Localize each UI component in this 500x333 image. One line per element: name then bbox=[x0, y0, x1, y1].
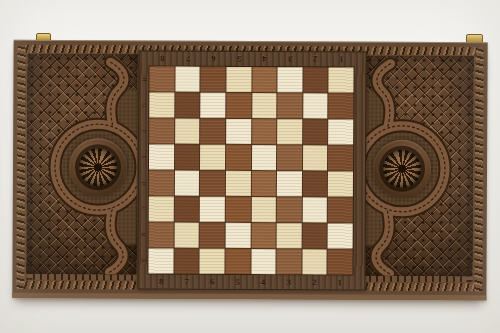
square-3D[interactable] bbox=[277, 171, 302, 196]
square-2B[interactable] bbox=[302, 223, 327, 248]
square-3H[interactable] bbox=[278, 67, 303, 92]
square-5G[interactable] bbox=[226, 93, 251, 118]
squares bbox=[148, 66, 353, 274]
square-5C[interactable] bbox=[226, 197, 251, 222]
square-8G[interactable] bbox=[149, 92, 174, 117]
square-2A[interactable] bbox=[302, 249, 327, 274]
left-carved-panel bbox=[26, 54, 137, 275]
square-5D[interactable] bbox=[226, 171, 251, 196]
square-5B[interactable] bbox=[225, 223, 250, 248]
rope-border bbox=[474, 47, 483, 291]
square-8A[interactable] bbox=[148, 248, 173, 273]
square-4E[interactable] bbox=[251, 145, 276, 170]
square-6H[interactable] bbox=[201, 67, 226, 92]
square-5A[interactable] bbox=[225, 249, 250, 274]
square-6G[interactable] bbox=[201, 93, 226, 118]
coord-label: 5 bbox=[225, 274, 251, 289]
square-2C[interactable] bbox=[302, 197, 327, 222]
square-8C[interactable] bbox=[149, 196, 174, 221]
square-6C[interactable] bbox=[200, 197, 225, 222]
square-4A[interactable] bbox=[251, 249, 276, 274]
coord-label: 3 bbox=[277, 52, 303, 67]
square-7E[interactable] bbox=[175, 145, 200, 170]
right-carved-panel bbox=[362, 56, 473, 277]
square-5E[interactable] bbox=[226, 145, 251, 170]
square-3B[interactable] bbox=[277, 223, 302, 248]
square-4C[interactable] bbox=[251, 197, 276, 222]
square-6B[interactable] bbox=[200, 223, 225, 248]
coord-label: 5 bbox=[226, 52, 252, 67]
square-2H[interactable] bbox=[303, 67, 328, 92]
square-5F[interactable] bbox=[226, 119, 251, 144]
square-1A[interactable] bbox=[328, 249, 353, 274]
square-4B[interactable] bbox=[251, 223, 276, 248]
square-4D[interactable] bbox=[251, 171, 276, 196]
square-1G[interactable] bbox=[329, 93, 354, 118]
coord-top: 87654321 bbox=[150, 51, 354, 67]
square-1B[interactable] bbox=[328, 223, 353, 248]
square-7C[interactable] bbox=[174, 197, 199, 222]
rosette-center bbox=[398, 165, 406, 173]
square-3C[interactable] bbox=[277, 197, 302, 222]
square-7D[interactable] bbox=[174, 171, 199, 196]
square-3E[interactable] bbox=[277, 145, 302, 170]
coord-label: 2 bbox=[303, 52, 329, 67]
coord-label: 7 bbox=[174, 274, 200, 289]
square-7H[interactable] bbox=[175, 67, 200, 92]
square-1H[interactable] bbox=[329, 67, 354, 92]
coord-label: 6 bbox=[199, 274, 225, 289]
square-6D[interactable] bbox=[200, 171, 225, 196]
coord-label: 3 bbox=[276, 274, 302, 289]
coord-label: 2 bbox=[301, 274, 327, 289]
carved-game-board: 87654321 HGFEDCBA 87654321 bbox=[12, 40, 487, 300]
square-6A[interactable] bbox=[200, 249, 225, 274]
coord-bottom: 87654321 bbox=[148, 273, 352, 289]
square-5H[interactable] bbox=[226, 67, 251, 92]
coord-label: 8 bbox=[148, 273, 174, 288]
square-8H[interactable] bbox=[149, 66, 174, 91]
square-7F[interactable] bbox=[175, 119, 200, 144]
coord-label: 8 bbox=[150, 51, 176, 66]
square-2D[interactable] bbox=[303, 171, 328, 196]
square-1D[interactable] bbox=[328, 171, 353, 196]
rope-border bbox=[16, 45, 25, 289]
photo-background: 87654321 HGFEDCBA 87654321 bbox=[0, 0, 500, 333]
square-1F[interactable] bbox=[329, 119, 354, 144]
coord-label: 4 bbox=[250, 274, 276, 289]
square-2E[interactable] bbox=[303, 145, 328, 170]
square-7B[interactable] bbox=[174, 223, 199, 248]
chessboard-frame: 87654321 HGFEDCBA 87654321 bbox=[137, 50, 366, 290]
square-4G[interactable] bbox=[252, 93, 277, 118]
coord-label: 6 bbox=[201, 52, 227, 67]
square-8E[interactable] bbox=[149, 144, 174, 169]
square-8B[interactable] bbox=[149, 222, 174, 247]
coord-label: 1 bbox=[328, 52, 354, 67]
rosette-center bbox=[94, 163, 102, 171]
square-4H[interactable] bbox=[252, 67, 277, 92]
square-3A[interactable] bbox=[277, 249, 302, 274]
square-6F[interactable] bbox=[200, 119, 225, 144]
square-2F[interactable] bbox=[303, 119, 328, 144]
square-2G[interactable] bbox=[303, 93, 328, 118]
coord-label: 7 bbox=[175, 52, 201, 67]
square-3G[interactable] bbox=[277, 93, 302, 118]
square-1C[interactable] bbox=[328, 197, 353, 222]
square-7G[interactable] bbox=[175, 93, 200, 118]
square-4F[interactable] bbox=[252, 119, 277, 144]
coord-label: 1 bbox=[327, 274, 353, 289]
square-8F[interactable] bbox=[149, 118, 174, 143]
square-1E[interactable] bbox=[328, 145, 353, 170]
coord-label: 4 bbox=[252, 52, 278, 67]
square-3F[interactable] bbox=[277, 119, 302, 144]
square-6E[interactable] bbox=[200, 145, 225, 170]
square-7A[interactable] bbox=[174, 249, 199, 274]
square-8D[interactable] bbox=[149, 170, 174, 195]
